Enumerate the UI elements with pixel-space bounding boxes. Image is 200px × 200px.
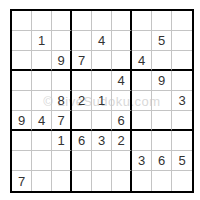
sudoku-cell[interactable]: 4 — [32, 111, 52, 131]
sudoku-cell[interactable] — [12, 51, 32, 71]
sudoku-cell[interactable] — [112, 91, 132, 111]
sudoku-cell[interactable] — [112, 11, 132, 31]
sudoku-cell[interactable] — [32, 71, 52, 91]
sudoku-cell[interactable] — [172, 51, 192, 71]
sudoku-cell[interactable] — [132, 31, 152, 51]
sudoku-cell[interactable] — [132, 111, 152, 131]
sudoku-cell[interactable] — [92, 71, 112, 91]
sudoku-cell[interactable] — [92, 111, 112, 131]
sudoku-cell[interactable] — [92, 171, 112, 191]
sudoku-cell[interactable]: 2 — [72, 91, 92, 111]
sudoku-cell[interactable]: 6 — [112, 111, 132, 131]
sudoku-cell[interactable] — [152, 111, 172, 131]
sudoku-cell[interactable]: 9 — [12, 111, 32, 131]
sudoku-cell[interactable] — [52, 151, 72, 171]
sudoku-cell[interactable] — [152, 131, 172, 151]
sudoku-cell[interactable] — [172, 171, 192, 191]
sudoku-cell[interactable]: 4 — [112, 71, 132, 91]
sudoku-cell[interactable] — [32, 171, 52, 191]
sudoku-cell[interactable] — [12, 11, 32, 31]
sudoku-cell[interactable] — [72, 71, 92, 91]
sudoku-cell[interactable]: 5 — [152, 31, 172, 51]
sudoku-cell[interactable] — [32, 131, 52, 151]
sudoku-cell[interactable]: 7 — [12, 171, 32, 191]
sudoku-cell[interactable] — [152, 11, 172, 31]
sudoku-cell[interactable] — [52, 171, 72, 191]
sudoku-cell[interactable]: 9 — [152, 71, 172, 91]
sudoku-cell[interactable]: 1 — [32, 31, 52, 51]
sudoku-cell[interactable] — [172, 71, 192, 91]
sudoku-cell[interactable] — [12, 31, 32, 51]
sudoku-cell[interactable] — [32, 151, 52, 171]
sudoku-cell[interactable]: 3 — [92, 131, 112, 151]
sudoku-cell[interactable] — [52, 71, 72, 91]
sudoku-cell[interactable] — [132, 91, 152, 111]
sudoku-cell[interactable] — [52, 31, 72, 51]
sudoku-cell[interactable] — [32, 91, 52, 111]
sudoku-cell[interactable] — [12, 91, 32, 111]
sudoku-cell[interactable] — [32, 51, 52, 71]
sudoku-cell[interactable]: 7 — [52, 111, 72, 131]
sudoku-cell[interactable] — [172, 111, 192, 131]
sudoku-cell[interactable] — [112, 151, 132, 171]
sudoku-cell[interactable] — [112, 51, 132, 71]
sudoku-cell[interactable]: 8 — [52, 91, 72, 111]
sudoku-cell[interactable] — [12, 151, 32, 171]
sudoku-cell[interactable] — [92, 11, 112, 31]
sudoku-cell[interactable] — [132, 11, 152, 31]
sudoku-cell[interactable]: 4 — [92, 31, 112, 51]
sudoku-cell[interactable] — [152, 51, 172, 71]
sudoku-cell[interactable]: 1 — [52, 131, 72, 151]
sudoku-cell[interactable] — [52, 11, 72, 31]
sudoku-cell[interactable] — [12, 71, 32, 91]
sudoku-cell[interactable]: 7 — [72, 51, 92, 71]
sudoku-cell[interactable] — [172, 11, 192, 31]
sudoku-cell[interactable]: 6 — [72, 131, 92, 151]
sudoku-cell[interactable] — [72, 11, 92, 31]
sudoku-cell[interactable] — [172, 31, 192, 51]
sudoku-cell[interactable] — [132, 131, 152, 151]
sudoku-cell[interactable]: 2 — [112, 131, 132, 151]
sudoku-cell[interactable] — [132, 71, 152, 91]
sudoku-cell[interactable] — [92, 51, 112, 71]
sudoku-cell[interactable]: 6 — [152, 151, 172, 171]
sudoku-board: © LiveSudoku.com 14597449821394761632365… — [10, 9, 194, 193]
sudoku-cell[interactable]: 9 — [52, 51, 72, 71]
sudoku-cell[interactable] — [172, 131, 192, 151]
sudoku-cell[interactable]: 4 — [132, 51, 152, 71]
sudoku-cell[interactable] — [112, 171, 132, 191]
sudoku-cell[interactable] — [72, 111, 92, 131]
sudoku-cell[interactable] — [72, 31, 92, 51]
sudoku-cell[interactable] — [12, 131, 32, 151]
sudoku-cell[interactable] — [92, 151, 112, 171]
sudoku-cell[interactable] — [32, 11, 52, 31]
sudoku-cell[interactable] — [112, 31, 132, 51]
sudoku-cell[interactable] — [72, 171, 92, 191]
sudoku-cell[interactable]: 3 — [172, 91, 192, 111]
sudoku-cell[interactable]: 5 — [172, 151, 192, 171]
sudoku-cell[interactable] — [132, 171, 152, 191]
sudoku-cell[interactable] — [72, 151, 92, 171]
sudoku-cell[interactable]: 3 — [132, 151, 152, 171]
sudoku-cell[interactable]: 1 — [92, 91, 112, 111]
sudoku-cell[interactable] — [152, 171, 172, 191]
sudoku-cell[interactable] — [152, 91, 172, 111]
